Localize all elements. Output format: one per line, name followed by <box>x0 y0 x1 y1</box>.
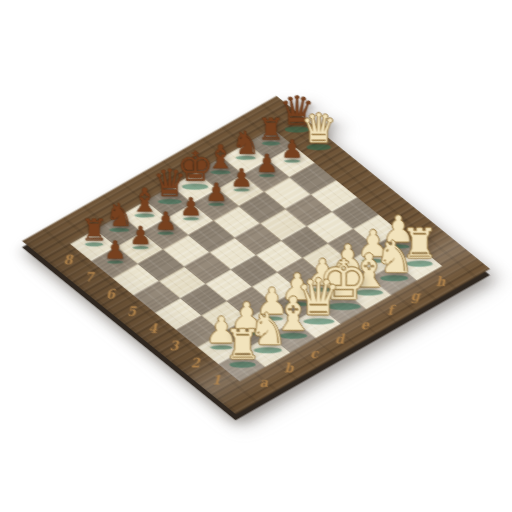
file-label-g: g <box>404 286 426 308</box>
rank-label-7: 7 <box>78 266 100 288</box>
file-label-h: h <box>429 271 451 293</box>
rank-label-5: 5 <box>120 301 142 323</box>
chess-board: ♛♛ 12345678 abcdefgh ♜♞♝♛♚♝♞♜♟♟♟♟♟♟♟♟♟♟♟… <box>22 96 490 414</box>
file-label-b: b <box>278 358 300 380</box>
rank-label-2: 2 <box>184 352 206 374</box>
black-rook-h8: ♜ <box>238 80 302 144</box>
rank-label-3: 3 <box>163 335 185 357</box>
file-label-a: a <box>252 372 274 394</box>
board-frame: ♛♛ 12345678 abcdefgh ♜♞♝♛♚♝♞♜♟♟♟♟♟♟♟♟♟♟♟… <box>22 96 490 414</box>
file-label-e: e <box>353 314 375 336</box>
extra-white-queen: ♛ <box>299 108 339 148</box>
file-label-d: d <box>328 329 350 351</box>
board-grid: ♜♞♝♛♚♝♞♜♟♟♟♟♟♟♟♟♟♟♟♟♟♟♟♟♜♞♝♛♚♝♞♜ <box>70 129 442 382</box>
file-label-f: f <box>379 300 401 322</box>
rank-label-8: 8 <box>57 249 79 271</box>
rank-label-1: 1 <box>205 369 227 391</box>
rank-label-6: 6 <box>99 283 121 305</box>
file-label-c: c <box>303 343 325 365</box>
extra-black-queen: ♛ <box>277 91 317 131</box>
chess-set-product-photo: ♛♛ 12345678 abcdefgh ♜♞♝♛♚♝♞♜♟♟♟♟♟♟♟♟♟♟♟… <box>0 0 512 512</box>
rank-label-4: 4 <box>141 318 163 340</box>
